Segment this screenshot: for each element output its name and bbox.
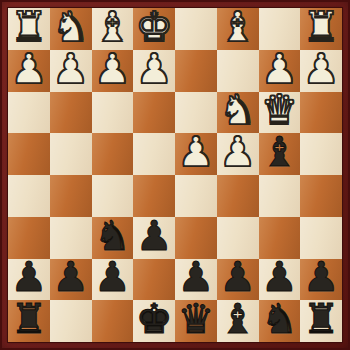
- piece-black-knight[interactable]: ♞: [94, 216, 131, 257]
- square-e7[interactable]: [133, 259, 175, 301]
- piece-black-pawn[interactable]: ♟: [219, 257, 256, 298]
- square-d6[interactable]: [175, 217, 217, 259]
- square-c2[interactable]: [217, 50, 259, 92]
- square-a8[interactable]: ♜: [300, 300, 342, 342]
- square-b3[interactable]: ♛: [259, 92, 301, 134]
- square-b8[interactable]: ♞: [259, 300, 301, 342]
- square-h1[interactable]: ♜: [8, 8, 50, 50]
- square-b1[interactable]: [259, 8, 301, 50]
- piece-white-pawn[interactable]: ♟: [10, 49, 47, 90]
- square-b2[interactable]: ♟: [259, 50, 301, 92]
- piece-black-pawn[interactable]: ♟: [94, 257, 131, 298]
- square-e3[interactable]: [133, 92, 175, 134]
- square-g6[interactable]: [50, 217, 92, 259]
- square-c5[interactable]: [217, 175, 259, 217]
- piece-black-bishop[interactable]: ♝: [219, 299, 256, 340]
- piece-black-rook[interactable]: ♜: [303, 299, 340, 340]
- square-g3[interactable]: [50, 92, 92, 134]
- square-d1[interactable]: [175, 8, 217, 50]
- square-d4[interactable]: ♟: [175, 133, 217, 175]
- square-g2[interactable]: ♟: [50, 50, 92, 92]
- square-c7[interactable]: ♟: [217, 259, 259, 301]
- piece-black-knight[interactable]: ♞: [261, 299, 298, 340]
- piece-white-pawn[interactable]: ♟: [94, 49, 131, 90]
- piece-black-pawn[interactable]: ♟: [52, 257, 89, 298]
- square-a2[interactable]: ♟: [300, 50, 342, 92]
- square-g4[interactable]: [50, 133, 92, 175]
- square-b7[interactable]: ♟: [259, 259, 301, 301]
- piece-white-king[interactable]: ♚: [136, 7, 173, 48]
- square-h3[interactable]: [8, 92, 50, 134]
- square-h7[interactable]: ♟: [8, 259, 50, 301]
- square-f4[interactable]: [92, 133, 134, 175]
- square-f2[interactable]: ♟: [92, 50, 134, 92]
- square-a5[interactable]: [300, 175, 342, 217]
- square-e5[interactable]: [133, 175, 175, 217]
- piece-white-bishop[interactable]: ♝: [219, 7, 256, 48]
- square-e4[interactable]: [133, 133, 175, 175]
- square-f3[interactable]: [92, 92, 134, 134]
- piece-black-rook[interactable]: ♜: [10, 299, 47, 340]
- square-e2[interactable]: ♟: [133, 50, 175, 92]
- piece-black-king[interactable]: ♚: [136, 299, 173, 340]
- piece-white-rook[interactable]: ♜: [10, 7, 47, 48]
- square-h8[interactable]: ♜: [8, 300, 50, 342]
- square-f1[interactable]: ♝: [92, 8, 134, 50]
- square-d8[interactable]: ♛: [175, 300, 217, 342]
- square-a1[interactable]: ♜: [300, 8, 342, 50]
- square-e8[interactable]: ♚: [133, 300, 175, 342]
- piece-white-pawn[interactable]: ♟: [177, 132, 214, 173]
- piece-black-queen[interactable]: ♛: [177, 299, 214, 340]
- piece-black-bishop[interactable]: ♝: [261, 132, 298, 173]
- square-e6[interactable]: ♟: [133, 217, 175, 259]
- piece-black-pawn[interactable]: ♟: [136, 216, 173, 257]
- square-d2[interactable]: [175, 50, 217, 92]
- square-c1[interactable]: ♝: [217, 8, 259, 50]
- piece-white-rook[interactable]: ♜: [303, 7, 340, 48]
- square-h6[interactable]: [8, 217, 50, 259]
- square-d3[interactable]: [175, 92, 217, 134]
- square-g8[interactable]: [50, 300, 92, 342]
- square-h5[interactable]: [8, 175, 50, 217]
- square-b4[interactable]: ♝: [259, 133, 301, 175]
- square-g5[interactable]: [50, 175, 92, 217]
- piece-black-pawn[interactable]: ♟: [261, 257, 298, 298]
- square-e1[interactable]: ♚: [133, 8, 175, 50]
- piece-white-pawn[interactable]: ♟: [261, 49, 298, 90]
- square-a3[interactable]: [300, 92, 342, 134]
- piece-white-knight[interactable]: ♞: [52, 7, 89, 48]
- square-c8[interactable]: ♝: [217, 300, 259, 342]
- piece-black-pawn[interactable]: ♟: [10, 257, 47, 298]
- square-c3[interactable]: ♞: [217, 92, 259, 134]
- square-a6[interactable]: [300, 217, 342, 259]
- square-d5[interactable]: [175, 175, 217, 217]
- chess-board: ♜♞♝♚♝♜♟♟♟♟♟♟♞♛♟♟♝♞♟♟♟♟♟♟♟♟♜♚♛♝♞♜: [8, 8, 342, 342]
- square-d7[interactable]: ♟: [175, 259, 217, 301]
- piece-white-pawn[interactable]: ♟: [219, 132, 256, 173]
- square-f7[interactable]: ♟: [92, 259, 134, 301]
- square-h2[interactable]: ♟: [8, 50, 50, 92]
- piece-black-pawn[interactable]: ♟: [303, 257, 340, 298]
- piece-white-pawn[interactable]: ♟: [136, 49, 173, 90]
- square-c4[interactable]: ♟: [217, 133, 259, 175]
- piece-white-pawn[interactable]: ♟: [303, 49, 340, 90]
- square-g7[interactable]: ♟: [50, 259, 92, 301]
- square-f8[interactable]: [92, 300, 134, 342]
- square-b6[interactable]: [259, 217, 301, 259]
- square-h4[interactable]: [8, 133, 50, 175]
- piece-white-queen[interactable]: ♛: [261, 90, 298, 131]
- piece-white-knight[interactable]: ♞: [219, 90, 256, 131]
- piece-white-bishop[interactable]: ♝: [94, 7, 131, 48]
- square-f5[interactable]: [92, 175, 134, 217]
- board-frame: ♜♞♝♚♝♜♟♟♟♟♟♟♞♛♟♟♝♞♟♟♟♟♟♟♟♟♜♚♛♝♞♜: [0, 0, 350, 350]
- square-a7[interactable]: ♟: [300, 259, 342, 301]
- square-g1[interactable]: ♞: [50, 8, 92, 50]
- square-f6[interactable]: ♞: [92, 217, 134, 259]
- piece-white-pawn[interactable]: ♟: [52, 49, 89, 90]
- square-c6[interactable]: [217, 217, 259, 259]
- piece-black-pawn[interactable]: ♟: [177, 257, 214, 298]
- square-b5[interactable]: [259, 175, 301, 217]
- square-a4[interactable]: [300, 133, 342, 175]
